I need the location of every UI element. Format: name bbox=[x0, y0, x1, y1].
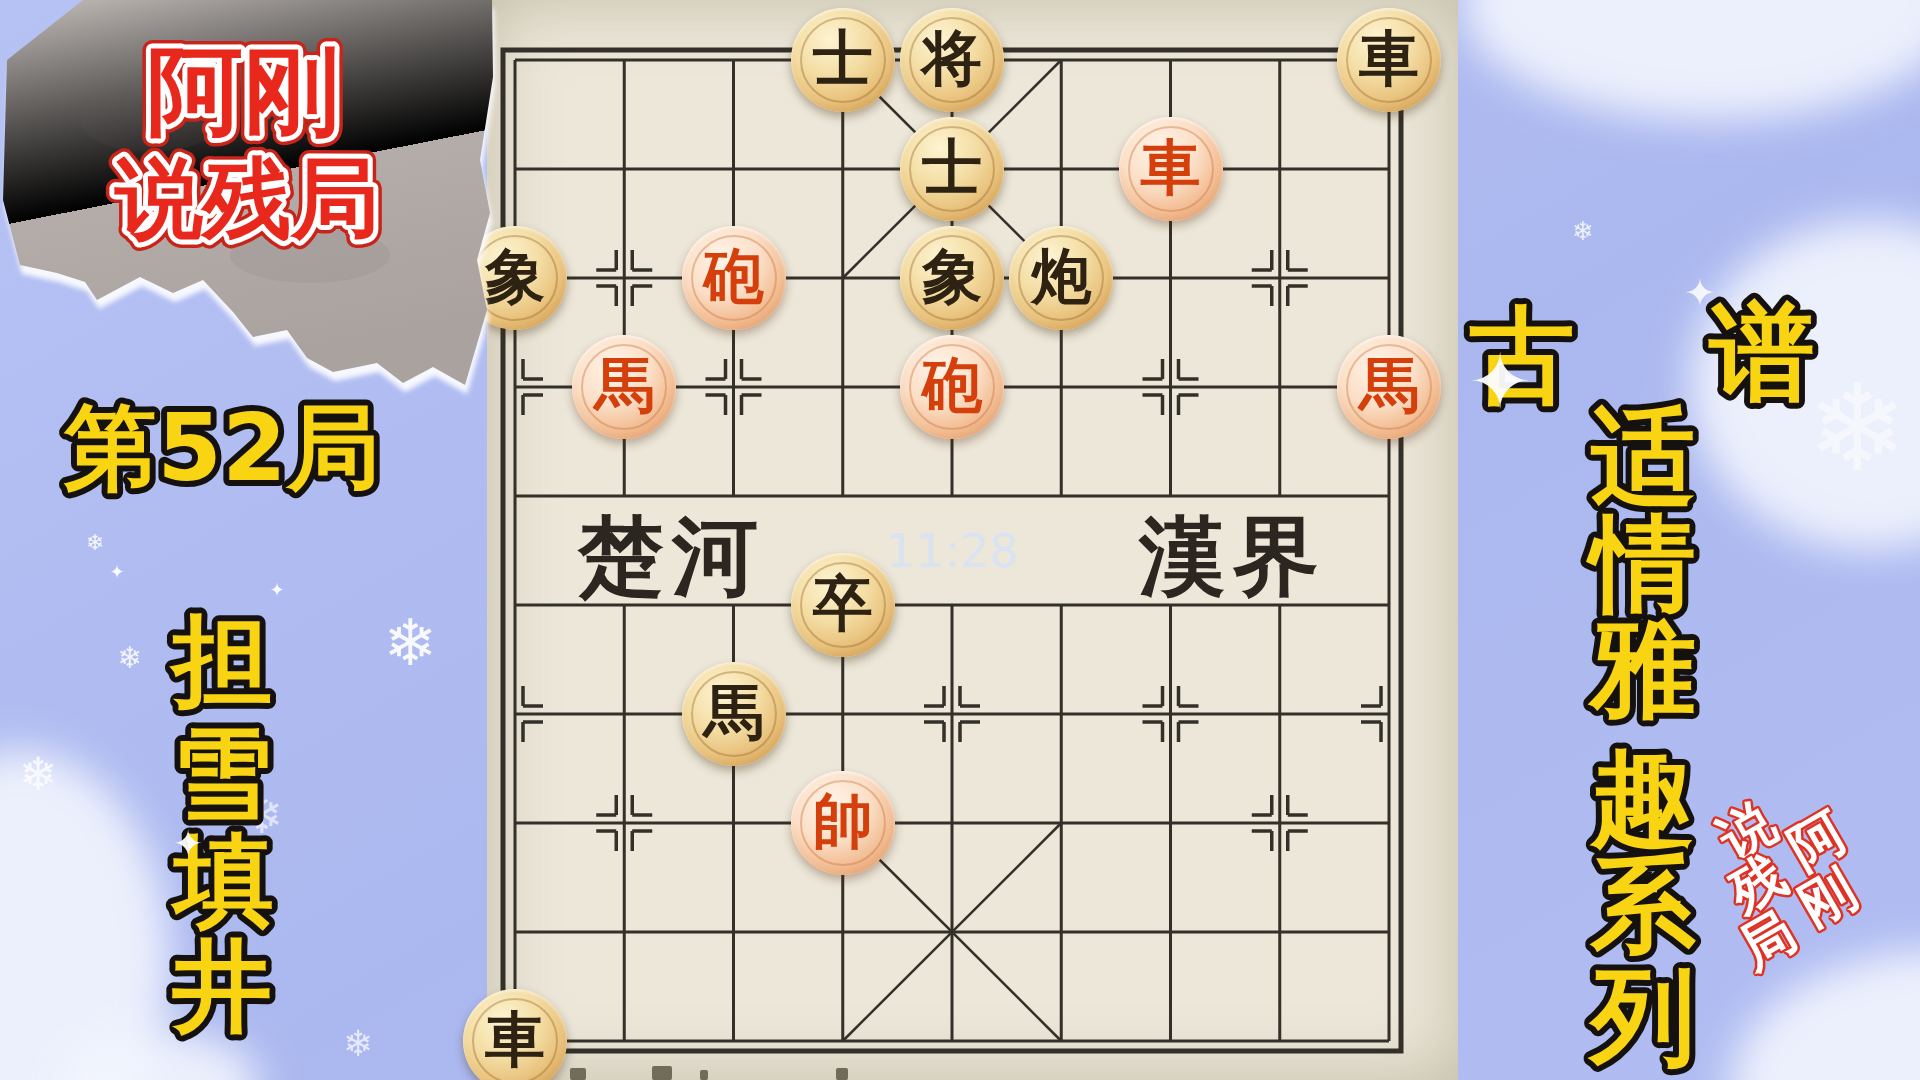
snowflake-icon: ❄ bbox=[383, 606, 437, 680]
video-frame: { "game": "xiangqi", "position": { "fen"… bbox=[0, 0, 1920, 1080]
sparkle-icon: ✦ bbox=[1684, 271, 1716, 315]
series-char: 适 bbox=[1591, 396, 1696, 518]
series-char: 趣 bbox=[1589, 738, 1696, 860]
snowflake-icon: ❄ bbox=[343, 1023, 373, 1064]
snowflake-icon: ❄ bbox=[86, 530, 104, 555]
puzzle-name-char: 担 bbox=[169, 602, 272, 719]
stamp-char: 局 bbox=[1727, 900, 1806, 982]
puzzle-name-char: 雪 bbox=[172, 715, 272, 832]
round-label: 第52局 bbox=[63, 394, 379, 502]
channel-title-line2: 说残局 bbox=[114, 147, 379, 250]
sparkle-icon: ✦ bbox=[109, 561, 124, 582]
series-char: 情 bbox=[1586, 503, 1696, 625]
series-char: 系 bbox=[1590, 844, 1697, 966]
series-char: 列 bbox=[1587, 956, 1696, 1078]
snowflake-icon: ❄ bbox=[117, 640, 142, 675]
snowflake-icon: ❄ bbox=[19, 747, 58, 801]
snowflake-icon: ❄ bbox=[1807, 359, 1908, 498]
sparkle-icon: ✦ bbox=[173, 823, 203, 864]
gupu-char2: 谱 bbox=[1708, 292, 1815, 414]
snowflake-icon: ❄ bbox=[1572, 216, 1594, 246]
series-char: 雅 bbox=[1588, 608, 1696, 730]
decoration-overlay: ❄ ❄ ❄ ❄ ❄ ❄ ❄ ❄ ❄ ✦ ✦ 阿刚 阿刚 说残局 说残局 第52局… bbox=[0, 0, 1920, 1080]
sparkle-icon: ✦ bbox=[269, 579, 284, 600]
puzzle-name-char: 井 bbox=[171, 928, 272, 1045]
stamp-char: 刚 bbox=[1788, 857, 1866, 939]
channel-title-line1: 阿刚 bbox=[147, 35, 339, 147]
sparkle-icon: ✦ bbox=[1468, 337, 1532, 426]
